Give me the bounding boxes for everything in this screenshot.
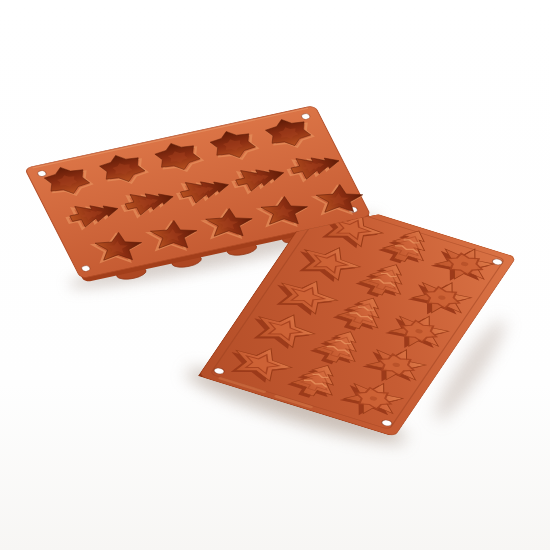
product-photo [0,0,550,550]
